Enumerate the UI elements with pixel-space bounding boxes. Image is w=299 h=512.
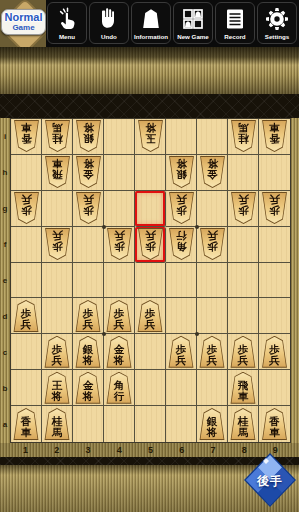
square-a1[interactable]: 香車 [11,406,42,442]
row-label-h: h [0,154,10,190]
koma-sente-silver[interactable]: 銀将 [199,408,226,440]
square-a4[interactable] [104,406,135,442]
koma-sente-pawn[interactable]: 歩兵 [261,336,288,368]
koma-sente-lance[interactable]: 香車 [13,408,40,440]
square-i6[interactable] [166,119,197,155]
koma-gote-gold[interactable]: 金将 [199,156,226,188]
koma-face: 金将 [76,373,101,403]
square-c2[interactable]: 歩兵 [42,334,73,370]
koma-face: 歩兵 [138,229,163,259]
square-f3[interactable] [73,227,104,263]
koma-gote-knight[interactable]: 桂馬 [230,120,257,152]
square-f8[interactable] [228,227,259,263]
square-f4[interactable]: 歩兵 [104,227,135,263]
koma-sente-king[interactable]: 王将 [44,372,71,404]
koma-face: 歩兵 [76,301,101,331]
board-edge-strip-top [0,94,299,118]
koma-gote-pawn[interactable]: 歩兵 [44,228,71,260]
square-d2[interactable] [42,298,73,334]
koma-sente-knight[interactable]: 桂馬 [44,408,71,440]
square-h3[interactable]: 金将 [73,155,104,191]
koma-gote-pawn[interactable]: 歩兵 [168,192,195,224]
square-i3[interactable]: 銀将 [73,119,104,155]
square-g3[interactable]: 歩兵 [73,191,104,227]
koma-face: 香車 [262,121,287,151]
square-b3[interactable]: 金将 [73,370,104,406]
square-i5[interactable]: 玉将 [135,119,166,155]
square-e4[interactable] [104,263,135,299]
toolbar-button-new-game[interactable]: New Game [173,2,213,44]
koma-sente-lance[interactable]: 香車 [261,408,288,440]
toolbar-button-label: Information [134,33,168,43]
square-g8[interactable]: 歩兵 [228,191,259,227]
square-i8[interactable]: 桂馬 [228,119,259,155]
koma-sente-pawn[interactable]: 歩兵 [75,300,102,332]
row-label-d: d [0,299,10,335]
square-b1[interactable] [11,370,42,406]
square-h4[interactable] [104,155,135,191]
square-b2[interactable]: 王将 [42,370,73,406]
koma-sente-pawn[interactable]: 歩兵 [137,300,164,332]
row-label-b: b [0,371,10,407]
square-c8[interactable]: 歩兵 [228,334,259,370]
toolbar-buttons: MenuUndoInformationNew GameRecordSetting… [46,0,299,47]
game-mode-label: Normal Game [1,9,46,35]
koma-gote-knight[interactable]: 桂馬 [44,120,71,152]
koma-face: 銀将 [76,121,101,151]
square-b8[interactable]: 飛車 [228,370,259,406]
row-labels: ihgfedcba [0,118,10,443]
koma-face: 歩兵 [262,337,287,367]
game-mode-line1: Normal [2,11,45,23]
row-label-a: a [0,407,10,443]
koma-sente-pawn[interactable]: 歩兵 [168,336,195,368]
gear-icon [265,5,289,33]
koma-face: 歩兵 [138,301,163,331]
toolbar-button-settings[interactable]: Settings [257,2,297,44]
koma-face: 桂馬 [231,409,256,439]
koma-face: 歩兵 [231,193,256,223]
koma-gote-pawn[interactable]: 歩兵 [261,192,288,224]
board-zone: ihgfedcba 香車桂馬銀将玉将桂馬香車飛車金将銀将金将歩兵歩兵歩兵歩兵歩兵… [0,118,299,443]
square-d9[interactable] [259,298,290,334]
square-e7[interactable] [197,263,228,299]
square-a7[interactable]: 銀将 [197,406,228,442]
square-e6[interactable] [166,263,197,299]
koma-gote-lance[interactable]: 香車 [261,120,288,152]
tatami-background-top [0,47,299,94]
koma-gote-gold[interactable]: 金将 [75,156,102,188]
koma-sente-gold[interactable]: 金将 [75,372,102,404]
koma-face: 銀将 [76,337,101,367]
koma-face: 歩兵 [14,193,39,223]
col-label-3: 3 [72,443,103,457]
game-mode-badge: Normal Game [0,0,46,47]
koma-face: 銀将 [200,409,225,439]
hand-pointer-icon [55,5,79,33]
col-label-2: 2 [41,443,72,457]
koma-sente-rook[interactable]: 飛車 [230,372,257,404]
koma-face: 歩兵 [231,337,256,367]
square-e3[interactable] [73,263,104,299]
square-h7[interactable]: 金将 [197,155,228,191]
square-d5[interactable]: 歩兵 [135,298,166,334]
koma-face: 香車 [14,409,39,439]
koma-face: 歩兵 [169,193,194,223]
square-d4[interactable]: 歩兵 [104,298,135,334]
square-h5[interactable] [135,155,166,191]
shogi-app-screen: Normal Game MenuUndoInformationNew GameR… [0,0,299,512]
koma-gote-pawn[interactable]: 歩兵 [13,192,40,224]
square-c1[interactable] [11,334,42,370]
koma-sente-pawn[interactable]: 歩兵 [230,336,257,368]
koma-face: 金将 [76,157,101,187]
square-h6[interactable]: 銀将 [166,155,197,191]
toolbar-button-label: Settings [265,33,289,43]
toolbar-button-record[interactable]: Record [215,2,255,44]
square-b5[interactable] [135,370,166,406]
koma-sente-bishop[interactable]: 角行 [106,372,133,404]
row-label-e: e [0,262,10,298]
koma-face: 歩兵 [107,301,132,331]
square-f9[interactable] [259,227,290,263]
square-d8[interactable] [228,298,259,334]
square-d7[interactable] [197,298,228,334]
square-e1[interactable] [11,263,42,299]
koma-face: 角行 [107,373,132,403]
square-g4[interactable] [104,191,135,227]
square-f6[interactable]: 角行 [166,227,197,263]
square-c5[interactable] [135,334,166,370]
toolbar: Normal Game MenuUndoInformationNew GameR… [0,0,299,47]
toolbar-button-information[interactable]: Information [131,2,171,44]
toolbar-button-menu[interactable]: Menu [47,2,87,44]
square-f1[interactable] [11,227,42,263]
koma-gote-pawn[interactable]: 歩兵 [137,228,164,260]
koma-face: 桂馬 [45,121,70,151]
koma-face: 銀将 [169,157,194,187]
square-g7[interactable] [197,191,228,227]
koma-face: 歩兵 [200,337,225,367]
koma-gote-pawn[interactable]: 歩兵 [75,192,102,224]
row-label-f: f [0,226,10,262]
koma-face: 歩兵 [107,229,132,259]
koma-face: 王将 [45,373,70,403]
square-i1[interactable]: 香車 [11,119,42,155]
col-label-4: 4 [104,443,135,457]
toolbar-button-label: Menu [59,33,75,43]
square-a5[interactable] [135,406,166,442]
board-grid-icon [181,5,205,33]
koma-gote-pawn[interactable]: 歩兵 [230,192,257,224]
koma-gote-pawn[interactable]: 歩兵 [106,228,133,260]
koma-gote-king[interactable]: 玉将 [137,120,164,152]
square-e2[interactable] [42,263,73,299]
square-b4[interactable]: 角行 [104,370,135,406]
square-c3[interactable]: 銀将 [73,334,104,370]
turn-indicator-gem: 後手 [242,451,298,509]
square-i7[interactable] [197,119,228,155]
square-b9[interactable] [259,370,290,406]
koma-face: 歩兵 [14,301,39,331]
square-g5[interactable] [135,191,166,227]
square-h8[interactable] [228,155,259,191]
square-h9[interactable] [259,155,290,191]
koma-gote-lance[interactable]: 香車 [13,120,40,152]
square-e5[interactable] [135,263,166,299]
square-b6[interactable] [166,370,197,406]
square-g9[interactable]: 歩兵 [259,191,290,227]
toolbar-button-label: Undo [101,33,117,43]
koma-gote-bishop[interactable]: 角行 [168,228,195,260]
koma-face: 歩兵 [45,337,70,367]
document-lines-icon [223,5,247,33]
square-g2[interactable] [42,191,73,227]
square-f2[interactable]: 歩兵 [42,227,73,263]
koma-face: 歩兵 [169,337,194,367]
koma-gote-silver[interactable]: 銀将 [168,156,195,188]
koma-face: 歩兵 [45,229,70,259]
koma-sente-pawn[interactable]: 歩兵 [13,300,40,332]
koma-face: 飛車 [45,157,70,187]
koma-face: 金将 [107,337,132,367]
koma-face: 歩兵 [200,229,225,259]
square-c4[interactable]: 金将 [104,334,135,370]
shogi-board[interactable]: 香車桂馬銀将玉将桂馬香車飛車金将銀将金将歩兵歩兵歩兵歩兵歩兵歩兵歩兵歩兵角行歩兵… [10,118,291,443]
square-g6[interactable]: 歩兵 [166,191,197,227]
koma-face: 桂馬 [45,409,70,439]
square-a2[interactable]: 桂馬 [42,406,73,442]
square-i2[interactable]: 桂馬 [42,119,73,155]
square-a8[interactable]: 桂馬 [228,406,259,442]
stop-hand-icon [97,5,121,33]
square-i4[interactable] [104,119,135,155]
koma-face: 飛車 [231,373,256,403]
koma-sente-silver[interactable]: 銀将 [75,336,102,368]
koma-face: 歩兵 [262,193,287,223]
col-label-7: 7 [197,443,228,457]
square-c9[interactable]: 歩兵 [259,334,290,370]
toolbar-button-label: New Game [177,33,209,43]
koma-sente-pawn[interactable]: 歩兵 [44,336,71,368]
square-i9[interactable]: 香車 [259,119,290,155]
koma-sente-knight[interactable]: 桂馬 [230,408,257,440]
game-mode-line2: Game [2,23,45,32]
koma-gote-rook[interactable]: 飛車 [44,156,71,188]
row-label-g: g [0,190,10,226]
square-f5[interactable]: 歩兵 [135,227,166,263]
square-c6[interactable]: 歩兵 [166,334,197,370]
shogi-piece-icon [139,5,163,33]
square-d6[interactable] [166,298,197,334]
square-h2[interactable]: 飛車 [42,155,73,191]
row-label-i: i [0,118,10,154]
koma-face: 玉将 [138,121,163,151]
col-label-5: 5 [135,443,166,457]
koma-sente-gold[interactable]: 金将 [106,336,133,368]
square-e9[interactable] [259,263,290,299]
square-e8[interactable] [228,263,259,299]
koma-face: 桂馬 [231,121,256,151]
board-right-gutter [291,118,299,443]
square-d3[interactable]: 歩兵 [73,298,104,334]
square-b7[interactable] [197,370,228,406]
row-label-c: c [0,335,10,371]
koma-sente-pawn[interactable]: 歩兵 [199,336,226,368]
square-d1[interactable]: 歩兵 [11,298,42,334]
koma-face: 香車 [14,121,39,151]
koma-gote-pawn[interactable]: 歩兵 [199,228,226,260]
koma-sente-pawn[interactable]: 歩兵 [106,300,133,332]
square-c7[interactable]: 歩兵 [197,334,228,370]
toolbar-button-undo[interactable]: Undo [89,2,129,44]
square-g1[interactable]: 歩兵 [11,191,42,227]
koma-face: 角行 [169,229,194,259]
koma-face: 香車 [262,409,287,439]
square-h1[interactable] [11,155,42,191]
turn-indicator-text: 後手 [242,473,298,490]
square-a6[interactable] [166,406,197,442]
toolbar-button-label: Record [224,33,245,43]
koma-face: 歩兵 [76,193,101,223]
square-a9[interactable]: 香車 [259,406,290,442]
koma-gote-silver[interactable]: 銀将 [75,120,102,152]
col-label-6: 6 [166,443,197,457]
koma-face: 金将 [200,157,225,187]
square-f7[interactable]: 歩兵 [197,227,228,263]
square-a3[interactable] [73,406,104,442]
col-label-1: 1 [10,443,41,457]
